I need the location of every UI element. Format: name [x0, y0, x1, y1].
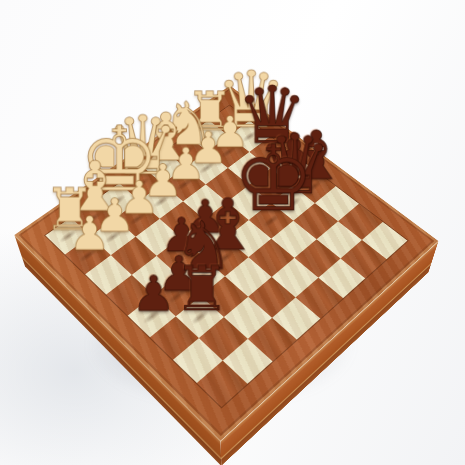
pawn-glyph: ♟ [132, 271, 176, 318]
chess-set-photo: ♜♛♞♟♛♝♟♟♛♟♝♚♟♛♝♟♚♜♟♟♟♟♝♞♟♟♜ [0, 0, 465, 465]
pawn-glyph: ♟ [69, 212, 111, 256]
chess-box: ♜♛♞♟♛♝♟♟♛♟♝♚♟♛♝♟♚♜♟♟♟♟♝♞♟♟♜ [14, 86, 438, 441]
perspective-stage: ♜♛♞♟♛♝♟♟♛♟♝♚♟♛♝♟♚♜♟♟♟♟♝♞♟♟♜ [0, 0, 465, 465]
rook-glyph: ♜ [174, 260, 229, 319]
